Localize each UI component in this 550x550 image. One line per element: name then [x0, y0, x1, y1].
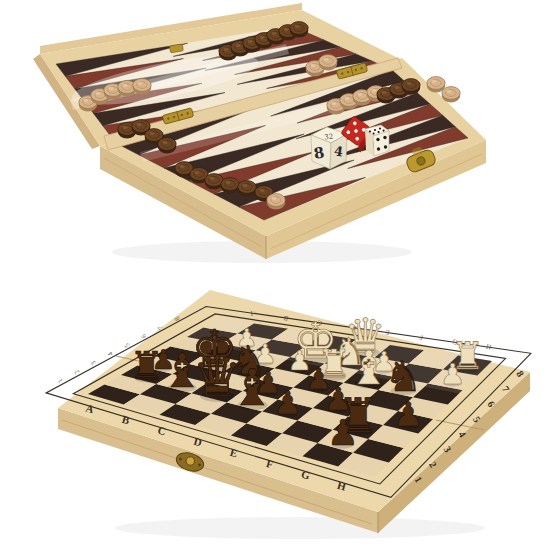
checker-highlight [225, 181, 230, 184]
checker-highlight [149, 132, 154, 135]
checker-highlight [242, 184, 247, 187]
white-die-top-pip [373, 133, 375, 135]
checker-highlight [371, 89, 376, 92]
white-die-top-pip [374, 129, 376, 131]
checker-highlight [431, 80, 436, 83]
checker-top [158, 138, 176, 151]
checker-top [221, 178, 239, 191]
checker-highlight [122, 126, 127, 129]
checker-highlight [247, 40, 252, 43]
chess-piece-black-p-e3: ♟ [273, 384, 302, 422]
checker-dark [158, 138, 176, 154]
checker-light [442, 87, 460, 103]
chess-piece-black-p-g2: ♟ [327, 412, 359, 453]
checker-top [402, 79, 420, 92]
checker-highlight [259, 36, 264, 39]
checker-dark [205, 174, 223, 190]
checker-light [319, 55, 337, 71]
checker-highlight [83, 99, 88, 102]
checker-highlight [108, 87, 113, 90]
checker-top [133, 79, 151, 92]
checker-highlight [406, 82, 411, 85]
checker-highlight [223, 48, 228, 51]
checker-highlight [294, 25, 299, 28]
checker-top [290, 22, 308, 35]
white-die-top-pip [379, 127, 381, 129]
checker-top [442, 87, 460, 100]
checker-light [267, 194, 285, 210]
board-shadow [115, 517, 485, 539]
chess-piece-white-p-h7: ♟ [440, 357, 466, 391]
white-die [365, 125, 389, 156]
checker-dark [402, 79, 420, 95]
chess-piece-black-n-g6: ♞ [384, 352, 422, 401]
checker-top [427, 77, 445, 90]
checker-highlight [179, 165, 184, 168]
white-die-front-pip [384, 145, 387, 148]
checker-highlight [446, 90, 451, 93]
white-die-top-pip [383, 130, 385, 132]
checker-highlight [209, 177, 214, 180]
checker-light [133, 79, 151, 95]
chess-piece-black-b-d3: ♝ [230, 358, 275, 417]
checker-dark [221, 178, 239, 194]
checker-highlight [122, 84, 127, 87]
checker-top [267, 194, 285, 207]
checker-highlight [357, 93, 362, 96]
checker-highlight [136, 123, 141, 126]
white-die-top-pip [369, 130, 371, 132]
checker-highlight [283, 28, 288, 31]
checker-highlight [310, 64, 315, 67]
checker-highlight [162, 141, 167, 144]
checker-highlight [235, 44, 240, 47]
white-die-top-pip [378, 131, 380, 133]
checker-highlight [259, 189, 264, 192]
checker-highlight [194, 171, 199, 174]
checker-dark [290, 22, 308, 38]
checker-highlight [271, 197, 276, 200]
white-die-front-pip [376, 138, 379, 141]
white-die-front-pip [377, 147, 380, 150]
checker-highlight [381, 91, 386, 94]
backgammon-board: 8432 [33, 3, 486, 259]
checker-highlight [323, 58, 328, 61]
checker-highlight [95, 92, 100, 95]
chess-piece-black-r-a3: ♜ [130, 343, 165, 388]
scene-canvas: 8432ABCDEFGH1234567812345678ABCDEFGH♟♛♚♟… [0, 0, 550, 550]
checker-highlight [331, 102, 336, 105]
far-file-label-H: H [485, 342, 492, 351]
checker-dark [238, 181, 256, 197]
product-photo: 8432ABCDEFGH1234567812345678ABCDEFGH♟♛♚♟… [0, 0, 550, 550]
checker-top [319, 55, 337, 68]
checker-top [205, 174, 223, 187]
checker-highlight [271, 32, 276, 35]
white-die-front-pip [383, 136, 386, 139]
checker-highlight [344, 97, 349, 100]
chess-piece-black-p-h4: ♟ [393, 395, 423, 434]
checker-top [238, 181, 256, 194]
checker-highlight [137, 82, 142, 85]
cube-numeral-32: 32 [324, 133, 334, 142]
checker-highlight [394, 86, 399, 89]
